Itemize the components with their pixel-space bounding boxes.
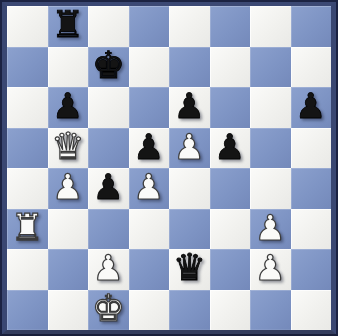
piece-black-queen-e2[interactable]: ♛ (169, 248, 210, 289)
square-f7[interactable] (210, 47, 251, 88)
square-a2[interactable] (7, 249, 48, 290)
square-a8[interactable] (7, 6, 48, 47)
chess-board: ♜♚♟♟♟♛♟♟♟♟♟♟♜♟♟♛♟♚ (7, 6, 331, 330)
piece-white-pawn-e5[interactable]: ♟ (169, 127, 210, 168)
square-f2[interactable] (210, 249, 251, 290)
square-f1[interactable] (210, 290, 251, 331)
square-b8[interactable]: ♜ (48, 6, 89, 47)
square-g4[interactable] (250, 168, 291, 209)
square-d5[interactable]: ♟ (129, 128, 170, 169)
piece-black-rook-b8[interactable]: ♜ (48, 5, 89, 46)
square-e3[interactable] (169, 209, 210, 250)
square-f8[interactable] (210, 6, 251, 47)
square-h2[interactable] (291, 249, 332, 290)
square-e4[interactable] (169, 168, 210, 209)
piece-white-pawn-d4[interactable]: ♟ (129, 167, 170, 208)
square-d4[interactable]: ♟ (129, 168, 170, 209)
square-g5[interactable] (250, 128, 291, 169)
square-f6[interactable] (210, 87, 251, 128)
square-d1[interactable] (129, 290, 170, 331)
square-e6[interactable]: ♟ (169, 87, 210, 128)
square-a6[interactable] (7, 87, 48, 128)
square-e8[interactable] (169, 6, 210, 47)
piece-white-pawn-g2[interactable]: ♟ (250, 248, 291, 289)
square-e7[interactable] (169, 47, 210, 88)
square-d3[interactable] (129, 209, 170, 250)
board-frame: ♜♚♟♟♟♛♟♟♟♟♟♟♜♟♟♛♟♚ (0, 0, 338, 336)
square-a7[interactable] (7, 47, 48, 88)
piece-white-pawn-c2[interactable]: ♟ (88, 248, 129, 289)
square-h7[interactable] (291, 47, 332, 88)
square-f5[interactable]: ♟ (210, 128, 251, 169)
square-c8[interactable] (88, 6, 129, 47)
square-c5[interactable] (88, 128, 129, 169)
square-d7[interactable] (129, 47, 170, 88)
square-a3[interactable]: ♜ (7, 209, 48, 250)
square-c6[interactable] (88, 87, 129, 128)
square-b3[interactable] (48, 209, 89, 250)
square-b1[interactable] (48, 290, 89, 331)
square-d8[interactable] (129, 6, 170, 47)
piece-black-pawn-h6[interactable]: ♟ (291, 86, 332, 127)
square-g2[interactable]: ♟ (250, 249, 291, 290)
piece-white-rook-a3[interactable]: ♜ (7, 208, 48, 249)
square-c3[interactable] (88, 209, 129, 250)
square-h6[interactable]: ♟ (291, 87, 332, 128)
square-e2[interactable]: ♛ (169, 249, 210, 290)
square-h1[interactable] (291, 290, 332, 331)
piece-white-queen-b5[interactable]: ♛ (48, 127, 89, 168)
square-g6[interactable] (250, 87, 291, 128)
square-g8[interactable] (250, 6, 291, 47)
piece-black-king-c7[interactable]: ♚ (88, 46, 129, 87)
square-d2[interactable] (129, 249, 170, 290)
square-b2[interactable] (48, 249, 89, 290)
square-g7[interactable] (250, 47, 291, 88)
piece-white-king-c1[interactable]: ♚ (88, 289, 129, 330)
square-h3[interactable] (291, 209, 332, 250)
square-f4[interactable] (210, 168, 251, 209)
square-a5[interactable] (7, 128, 48, 169)
piece-black-pawn-c4[interactable]: ♟ (88, 167, 129, 208)
square-g3[interactable]: ♟ (250, 209, 291, 250)
square-b4[interactable]: ♟ (48, 168, 89, 209)
piece-white-pawn-b4[interactable]: ♟ (48, 167, 89, 208)
square-f3[interactable] (210, 209, 251, 250)
piece-black-pawn-b6[interactable]: ♟ (48, 86, 89, 127)
square-c7[interactable]: ♚ (88, 47, 129, 88)
square-h5[interactable] (291, 128, 332, 169)
square-g1[interactable] (250, 290, 291, 331)
piece-black-pawn-f5[interactable]: ♟ (210, 127, 251, 168)
square-c2[interactable]: ♟ (88, 249, 129, 290)
square-b5[interactable]: ♛ (48, 128, 89, 169)
square-c1[interactable]: ♚ (88, 290, 129, 331)
square-e5[interactable]: ♟ (169, 128, 210, 169)
square-h8[interactable] (291, 6, 332, 47)
square-a1[interactable] (7, 290, 48, 331)
square-b7[interactable] (48, 47, 89, 88)
square-b6[interactable]: ♟ (48, 87, 89, 128)
piece-white-pawn-g3[interactable]: ♟ (250, 208, 291, 249)
piece-black-pawn-e6[interactable]: ♟ (169, 86, 210, 127)
square-a4[interactable] (7, 168, 48, 209)
square-d6[interactable] (129, 87, 170, 128)
square-h4[interactable] (291, 168, 332, 209)
square-e1[interactable] (169, 290, 210, 331)
square-c4[interactable]: ♟ (88, 168, 129, 209)
piece-black-pawn-d5[interactable]: ♟ (129, 127, 170, 168)
